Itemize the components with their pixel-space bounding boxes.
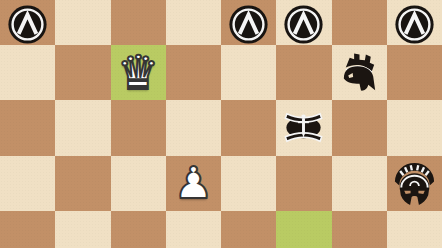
lambda-shield-icon [7, 4, 48, 45]
piece-black-king-radiant-helmet-h4[interactable] [390, 160, 439, 207]
square-f3[interactable] [276, 211, 331, 248]
piece-black-hoplite-pawn-f7[interactable] [283, 4, 324, 45]
square-g7[interactable] [332, 0, 387, 45]
chess-board: ♛ ♟ [0, 0, 442, 248]
white-pawn-glyph: ♟ [174, 161, 213, 205]
square-f7[interactable] [276, 0, 331, 45]
square-h6[interactable] [387, 45, 442, 100]
square-h7[interactable] [387, 0, 442, 45]
square-d6[interactable] [166, 45, 221, 100]
lambda-shield-icon [394, 4, 435, 45]
square-e4[interactable] [221, 156, 276, 211]
square-g5[interactable] [332, 100, 387, 155]
square-c7[interactable] [111, 0, 166, 45]
square-c5[interactable] [111, 100, 166, 155]
white-queen-glyph: ♛ [117, 49, 159, 96]
square-b3[interactable] [55, 211, 110, 248]
piece-black-knight-crested-helmet-g6[interactable] [336, 49, 383, 96]
square-c4[interactable] [111, 156, 166, 211]
sword-shield-icon [281, 105, 326, 150]
chess-board-screenshot: ♛ ♟ [0, 0, 442, 248]
lambda-shield-icon [283, 4, 324, 45]
radiant-crest-helmet-icon [390, 160, 439, 207]
square-f6[interactable] [276, 45, 331, 100]
square-a6[interactable] [0, 45, 55, 100]
square-b4[interactable] [55, 156, 110, 211]
piece-black-hoplite-pawn-h7[interactable] [394, 4, 435, 45]
piece-black-bishop-sword-shield-f5[interactable] [281, 105, 326, 150]
square-d7[interactable] [166, 0, 221, 45]
square-b7[interactable] [55, 0, 110, 45]
square-g6[interactable] [332, 45, 387, 100]
square-g4[interactable] [332, 156, 387, 211]
square-a4[interactable] [0, 156, 55, 211]
square-d3[interactable] [166, 211, 221, 248]
square-e3[interactable] [221, 211, 276, 248]
square-a3[interactable] [0, 211, 55, 248]
square-e5[interactable] [221, 100, 276, 155]
square-a7[interactable] [0, 0, 55, 45]
piece-black-hoplite-pawn-a7[interactable] [7, 4, 48, 45]
piece-black-hoplite-pawn-e7[interactable] [228, 4, 269, 45]
square-h3[interactable] [387, 211, 442, 248]
square-c3[interactable] [111, 211, 166, 248]
square-g3[interactable] [332, 211, 387, 248]
square-e6[interactable] [221, 45, 276, 100]
lambda-shield-icon [228, 4, 269, 45]
square-h4[interactable] [387, 156, 442, 211]
square-b6[interactable] [55, 45, 110, 100]
piece-white-queen-c6[interactable]: ♛ [117, 49, 159, 96]
square-a5[interactable] [0, 100, 55, 155]
square-f5[interactable] [276, 100, 331, 155]
square-h5[interactable] [387, 100, 442, 155]
square-d5[interactable] [166, 100, 221, 155]
square-e7[interactable] [221, 0, 276, 45]
spartan-crested-helmet-icon [336, 49, 383, 96]
piece-white-pawn-d4[interactable]: ♟ [174, 161, 213, 205]
square-b5[interactable] [55, 100, 110, 155]
square-d4[interactable]: ♟ [166, 156, 221, 211]
square-f4[interactable] [276, 156, 331, 211]
square-c6[interactable]: ♛ [111, 45, 166, 100]
